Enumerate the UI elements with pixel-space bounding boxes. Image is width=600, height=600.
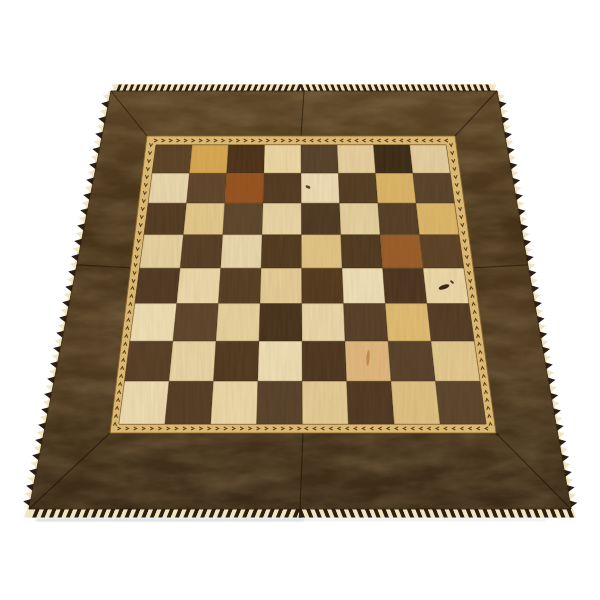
rope-edge-top	[112, 85, 496, 92]
field-grain	[105, 138, 500, 430]
board-shadow	[36, 519, 546, 522]
chevron-edge-bottom	[24, 509, 576, 518]
board-photo	[0, 0, 600, 600]
chess-board	[0, 0, 600, 600]
